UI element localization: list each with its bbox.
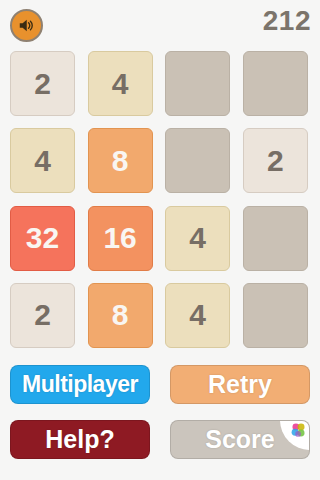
multiplayer-button-label: Multiplayer — [22, 371, 138, 398]
tile-4: 4 — [10, 128, 75, 193]
tile-2: 2 — [10, 283, 75, 348]
tile-4: 4 — [165, 283, 230, 348]
speaker-loud-icon — [17, 16, 36, 35]
help-button[interactable]: Help? — [10, 420, 150, 459]
score-button[interactable]: Score — [170, 420, 310, 459]
tile-2: 2 — [10, 51, 75, 116]
tile-8: 8 — [88, 283, 153, 348]
retry-button[interactable]: Retry — [170, 365, 310, 404]
tile-4: 4 — [165, 206, 230, 271]
multiplayer-button[interactable]: Multiplayer — [10, 365, 150, 404]
empty-cell — [243, 51, 308, 116]
score-button-label: Score — [205, 425, 274, 454]
tile-8: 8 — [88, 128, 153, 193]
game-screen: 212 2448232164284 Multiplayer Retry Help… — [0, 0, 320, 480]
empty-cell — [243, 283, 308, 348]
tile-32: 32 — [10, 206, 75, 271]
empty-cell — [165, 51, 230, 116]
help-button-label: Help? — [45, 425, 114, 454]
empty-cell — [165, 128, 230, 193]
empty-cell — [243, 206, 308, 271]
tile-4: 4 — [88, 51, 153, 116]
tile-2: 2 — [243, 128, 308, 193]
board[interactable]: 2448232164284 — [10, 51, 308, 348]
game-center-icon — [280, 420, 310, 450]
tile-16: 16 — [88, 206, 153, 271]
retry-button-label: Retry — [208, 370, 272, 399]
score-value: 212 — [263, 5, 311, 37]
sound-toggle-button[interactable] — [10, 9, 43, 42]
